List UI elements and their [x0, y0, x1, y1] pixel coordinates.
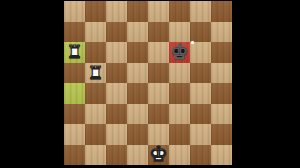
- square-b5[interactable]: ♜: [85, 63, 106, 84]
- square-h4[interactable]: [211, 83, 232, 104]
- square-b3[interactable]: [85, 104, 106, 125]
- square-g7[interactable]: [190, 22, 211, 43]
- square-a2[interactable]: [64, 124, 85, 145]
- square-d2[interactable]: [127, 124, 148, 145]
- square-h3[interactable]: [211, 104, 232, 125]
- square-g4[interactable]: [190, 83, 211, 104]
- square-h6[interactable]: [211, 42, 232, 63]
- square-e3[interactable]: [148, 104, 169, 125]
- square-g8[interactable]: [190, 1, 211, 22]
- square-g5[interactable]: [190, 63, 211, 84]
- square-f6[interactable]: ♚: [169, 42, 190, 63]
- square-a6[interactable]: ♜: [64, 42, 85, 63]
- square-e4[interactable]: [148, 83, 169, 104]
- square-c4[interactable]: [106, 83, 127, 104]
- square-h1[interactable]: [211, 145, 232, 166]
- square-a7[interactable]: [64, 22, 85, 43]
- square-c2[interactable]: [106, 124, 127, 145]
- square-f4[interactable]: [169, 83, 190, 104]
- square-h7[interactable]: [211, 22, 232, 43]
- square-a1[interactable]: [64, 145, 85, 166]
- square-b1[interactable]: [85, 145, 106, 166]
- cursor-dot: [191, 41, 194, 44]
- square-a4[interactable]: [64, 83, 85, 104]
- square-f7[interactable]: [169, 22, 190, 43]
- square-h2[interactable]: [211, 124, 232, 145]
- square-e5[interactable]: [148, 63, 169, 84]
- white-rook-a6[interactable]: ♜: [66, 43, 82, 61]
- letterbox-stage: ♜♚♜♚: [0, 0, 300, 168]
- square-g1[interactable]: [190, 145, 211, 166]
- square-c5[interactable]: [106, 63, 127, 84]
- square-e6[interactable]: [148, 42, 169, 63]
- square-f3[interactable]: [169, 104, 190, 125]
- square-c1[interactable]: [106, 145, 127, 166]
- square-d5[interactable]: [127, 63, 148, 84]
- square-g2[interactable]: [190, 124, 211, 145]
- square-g6[interactable]: [190, 42, 211, 63]
- square-e1[interactable]: ♚: [148, 145, 169, 166]
- square-d4[interactable]: [127, 83, 148, 104]
- white-rook-b5[interactable]: ♜: [87, 64, 103, 82]
- square-d7[interactable]: [127, 22, 148, 43]
- square-f1[interactable]: [169, 145, 190, 166]
- black-king-f6[interactable]: ♚: [170, 42, 189, 63]
- square-c8[interactable]: [106, 1, 127, 22]
- square-h8[interactable]: [211, 1, 232, 22]
- square-b2[interactable]: [85, 124, 106, 145]
- square-a5[interactable]: [64, 63, 85, 84]
- square-d6[interactable]: [127, 42, 148, 63]
- square-b7[interactable]: [85, 22, 106, 43]
- square-g3[interactable]: [190, 104, 211, 125]
- square-h5[interactable]: [211, 63, 232, 84]
- square-e7[interactable]: [148, 22, 169, 43]
- square-a3[interactable]: [64, 104, 85, 125]
- square-e8[interactable]: [148, 1, 169, 22]
- square-c7[interactable]: [106, 22, 127, 43]
- square-a8[interactable]: [64, 1, 85, 22]
- chess-board: ♜♚♜♚: [64, 1, 232, 165]
- square-d1[interactable]: [127, 145, 148, 166]
- square-d3[interactable]: [127, 104, 148, 125]
- square-b8[interactable]: [85, 1, 106, 22]
- square-c6[interactable]: [106, 42, 127, 63]
- white-king-e1[interactable]: ♚: [149, 144, 168, 165]
- square-d8[interactable]: [127, 1, 148, 22]
- square-f8[interactable]: [169, 1, 190, 22]
- square-f5[interactable]: [169, 63, 190, 84]
- square-b6[interactable]: [85, 42, 106, 63]
- square-c3[interactable]: [106, 104, 127, 125]
- square-f2[interactable]: [169, 124, 190, 145]
- square-b4[interactable]: [85, 83, 106, 104]
